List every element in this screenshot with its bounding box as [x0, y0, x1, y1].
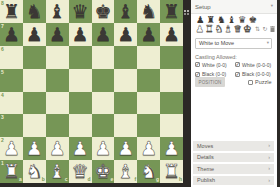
square-a2[interactable]: 2♟: [0, 137, 23, 160]
chevron-right-icon: ›: [268, 166, 270, 172]
turn-select[interactable]: White to Move ▾: [195, 38, 272, 49]
piece-white-pawn[interactable]: ♟: [117, 139, 134, 158]
square-g2[interactable]: ♟: [137, 137, 160, 160]
square-e5[interactable]: [92, 69, 115, 92]
trash-icon[interactable]: [270, 26, 275, 32]
piece-white-pawn[interactable]: ♟: [3, 139, 20, 158]
tray-white-king[interactable]: ♚: [242, 24, 251, 34]
tray-white-queen[interactable]: ♛: [233, 24, 242, 34]
castling-label: Castling Allowed:: [195, 54, 237, 60]
tray-white-knight[interactable]: ♞: [214, 24, 223, 34]
setup-header[interactable]: Setup ▾: [191, 0, 277, 14]
menu-item-label: Theme: [197, 166, 214, 172]
rank-label: 2: [1, 138, 4, 143]
piece-black-queen[interactable]: ♛: [72, 2, 89, 21]
square-e3[interactable]: [92, 114, 115, 137]
square-c7[interactable]: ♟: [46, 23, 69, 46]
piece-white-pawn[interactable]: ♟: [94, 139, 111, 158]
square-g5[interactable]: [137, 69, 160, 92]
piece-black-pawn[interactable]: ♟: [72, 25, 89, 44]
square-h6[interactable]: [160, 46, 183, 69]
castling-option-label: White (0-0): [202, 62, 227, 68]
piece-black-pawn[interactable]: ♟: [163, 25, 180, 44]
square-b6[interactable]: [23, 46, 46, 69]
square-g3[interactable]: [137, 114, 160, 137]
rank-label: 5: [1, 70, 4, 75]
white-piece-tray: ♟♜♞♝♛♚⇅↻: [195, 24, 275, 34]
chevron-up-icon[interactable]: ▾: [271, 4, 273, 9]
flip-icon[interactable]: ⇅: [255, 26, 260, 32]
piece-black-rook[interactable]: ♜: [163, 2, 180, 21]
square-g4[interactable]: [137, 92, 160, 115]
square-c1[interactable]: c♝: [46, 160, 69, 183]
square-b5[interactable]: [23, 69, 46, 92]
puzzle-checkbox[interactable]: [248, 80, 253, 85]
square-c3[interactable]: [46, 114, 69, 137]
turn-select-value: White to Move: [196, 39, 271, 48]
square-c8[interactable]: ♝: [46, 0, 69, 23]
square-h5[interactable]: [160, 69, 183, 92]
square-b2[interactable]: ♟: [23, 137, 46, 160]
square-b8[interactable]: ♞: [23, 0, 46, 23]
piece-white-queen[interactable]: ♛: [72, 162, 89, 181]
menu-item-publish[interactable]: Publish›: [193, 176, 274, 186]
tray-white-pawn[interactable]: ♟: [195, 24, 204, 34]
square-h7[interactable]: ♟: [160, 23, 183, 46]
square-f2[interactable]: ♟: [114, 137, 137, 160]
file-label: g: [156, 177, 159, 182]
piece-black-bishop[interactable]: ♝: [117, 2, 134, 21]
setup-title: Setup: [195, 4, 211, 10]
square-e6[interactable]: [92, 46, 115, 69]
square-a7[interactable]: 7♟: [0, 23, 23, 46]
square-e1[interactable]: e♚: [92, 160, 115, 183]
square-f6[interactable]: [114, 46, 137, 69]
menu-item-label: Moves: [197, 143, 213, 149]
piece-white-pawn[interactable]: ♟: [140, 139, 157, 158]
menu-item-label: Details: [197, 154, 214, 160]
setup-panel: Setup ▾ ♟♜♞♝♛♚ ♟♜♞♝♛♚⇅↻ White to Move ▾ …: [191, 0, 277, 187]
piece-white-pawn[interactable]: ♟: [163, 139, 180, 158]
file-label: a: [19, 177, 22, 182]
square-a4[interactable]: 4: [0, 92, 23, 115]
tray-white-bishop[interactable]: ♝: [223, 24, 232, 34]
square-a3[interactable]: 3: [0, 114, 23, 137]
square-e2[interactable]: ♟: [92, 137, 115, 160]
square-a5[interactable]: 5: [0, 69, 23, 92]
piece-black-pawn[interactable]: ♟: [94, 25, 111, 44]
piece-black-king[interactable]: ♚: [94, 2, 111, 21]
castling-option-label: White (0-0-0): [242, 62, 271, 68]
castling-checkbox[interactable]: ✓: [195, 62, 200, 67]
chevron-down-icon: ▾: [267, 41, 269, 46]
puzzle-label: Puzzle: [255, 79, 272, 85]
file-label: e: [111, 177, 114, 182]
square-f7[interactable]: ♟: [114, 23, 137, 46]
castling-option[interactable]: ✓Black (0-0-0): [235, 71, 275, 77]
square-f5[interactable]: [114, 69, 137, 92]
square-b7[interactable]: ♟: [23, 23, 46, 46]
file-label: d: [87, 177, 90, 182]
piece-black-pawn[interactable]: ♟: [3, 25, 20, 44]
tray-white-rook[interactable]: ♜: [204, 24, 213, 34]
square-c2[interactable]: ♟: [46, 137, 69, 160]
rank-label: 3: [1, 115, 4, 120]
rank-label: 7: [1, 24, 4, 29]
piece-black-bishop[interactable]: ♝: [49, 2, 66, 21]
castling-option[interactable]: ✓White (0-0): [195, 62, 235, 68]
chess-board[interactable]: 8♜♞♝♛♚♝♞♜7♟♟♟♟♟♟♟♟65432♟♟♟♟♟♟♟♟1a♜b♞c♝d♛…: [0, 0, 183, 183]
piece-black-pawn[interactable]: ♟: [117, 25, 134, 44]
castling-checkbox[interactable]: ✓: [235, 62, 240, 67]
castling-option-label: Black (0-0-0): [242, 71, 271, 77]
square-f8[interactable]: ♝: [114, 0, 137, 23]
square-g7[interactable]: ♟: [137, 23, 160, 46]
castling-checkbox[interactable]: ✓: [195, 72, 200, 77]
piece-black-pawn[interactable]: ♟: [49, 25, 66, 44]
menu-item-details[interactable]: Details›: [193, 153, 274, 163]
square-g6[interactable]: [137, 46, 160, 69]
puzzle-option[interactable]: Puzzle: [248, 79, 272, 85]
tray-tools: ⇅↻: [255, 26, 275, 32]
square-a6[interactable]: 6: [0, 46, 23, 69]
square-d3[interactable]: [69, 114, 92, 137]
piece-black-pawn[interactable]: ♟: [140, 25, 157, 44]
square-f1[interactable]: f♝: [114, 160, 137, 183]
square-b1[interactable]: b♞: [23, 160, 46, 183]
piece-black-rook[interactable]: ♜: [3, 2, 20, 21]
chevron-right-icon: ›: [268, 178, 270, 184]
piece-white-knight[interactable]: ♞: [140, 162, 157, 181]
square-c5[interactable]: [46, 69, 69, 92]
square-f3[interactable]: [114, 114, 137, 137]
file-label: f: [135, 177, 137, 182]
square-g1[interactable]: g♞: [137, 160, 160, 183]
file-label: b: [42, 177, 45, 182]
rank-label: 1: [1, 161, 4, 166]
square-d4[interactable]: [69, 92, 92, 115]
square-g8[interactable]: ♞: [137, 0, 160, 23]
rank-label: 8: [1, 1, 4, 6]
square-h3[interactable]: [160, 114, 183, 137]
chevron-right-icon: ›: [268, 155, 270, 161]
square-d7[interactable]: ♟: [69, 23, 92, 46]
file-label: h: [179, 177, 182, 182]
chevron-right-icon: ›: [268, 143, 270, 149]
square-a8[interactable]: 8♜: [0, 0, 23, 23]
piece-white-rook[interactable]: ♜: [163, 162, 180, 181]
square-c6[interactable]: [46, 46, 69, 69]
square-h4[interactable]: [160, 92, 183, 115]
square-a1[interactable]: 1a♜: [0, 160, 23, 183]
menu-item-theme[interactable]: Theme›: [193, 164, 274, 174]
panel-menu: Moves›Details›Theme›Publish›: [193, 141, 274, 187]
piece-white-king[interactable]: ♚: [94, 162, 111, 181]
square-e4[interactable]: [92, 92, 115, 115]
square-e8[interactable]: ♚: [92, 0, 115, 23]
square-c4[interactable]: [46, 92, 69, 115]
file-label: c: [65, 177, 68, 182]
square-b4[interactable]: [23, 92, 46, 115]
square-h2[interactable]: ♟: [160, 137, 183, 160]
square-d8[interactable]: ♛: [69, 0, 92, 23]
piece-black-pawn[interactable]: ♟: [26, 25, 43, 44]
square-d1[interactable]: d♛: [69, 160, 92, 183]
piece-white-rook[interactable]: ♜: [3, 162, 20, 181]
collapse-panel-icon[interactable]: [184, 2, 190, 8]
rank-label: 6: [1, 47, 4, 52]
position-button[interactable]: POSITION: [195, 77, 225, 87]
menu-item-moves[interactable]: Moves›: [193, 141, 274, 151]
piece-white-bishop[interactable]: ♝: [117, 162, 134, 181]
square-d2[interactable]: ♟: [69, 137, 92, 160]
castling-options: ✓White (0-0)✓White (0-0-0)✓Black (0-0)✓B…: [195, 62, 275, 78]
piece-white-pawn[interactable]: ♟: [26, 139, 43, 158]
piece-white-bishop[interactable]: ♝: [49, 162, 66, 181]
piece-black-knight[interactable]: ♞: [26, 2, 43, 21]
piece-white-pawn[interactable]: ♟: [72, 139, 89, 158]
reset-icon[interactable]: ↻: [262, 26, 267, 32]
square-d6[interactable]: [69, 46, 92, 69]
square-f4[interactable]: [114, 92, 137, 115]
square-h1[interactable]: h♜: [160, 160, 183, 183]
square-e7[interactable]: ♟: [92, 23, 115, 46]
square-d5[interactable]: [69, 69, 92, 92]
piece-white-pawn[interactable]: ♟: [49, 139, 66, 158]
menu-item-label: Publish: [197, 177, 215, 183]
castling-checkbox[interactable]: ✓: [235, 72, 240, 77]
piece-white-knight[interactable]: ♞: [26, 162, 43, 181]
piece-black-knight[interactable]: ♞: [140, 2, 157, 21]
castling-option[interactable]: ✓White (0-0-0): [235, 62, 275, 68]
rank-label: 4: [1, 93, 4, 98]
square-h8[interactable]: ♜: [160, 0, 183, 23]
square-b3[interactable]: [23, 114, 46, 137]
